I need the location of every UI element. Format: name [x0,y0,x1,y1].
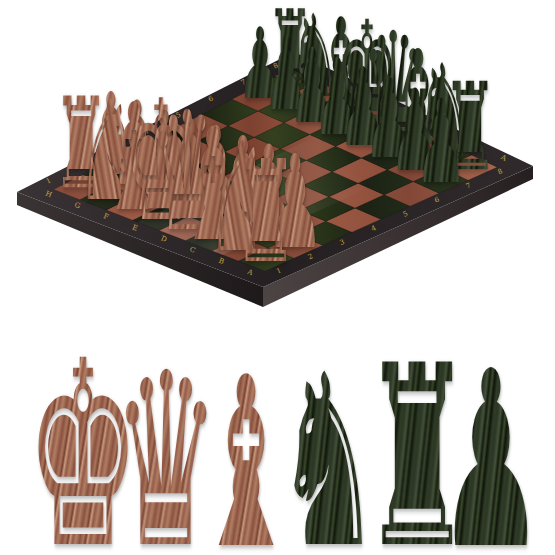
sample-piece-black-rook: ♜ [361,333,472,555]
sample-piece-white-bishop: ♝ [194,346,298,555]
product-photo: 1A1A2B2B3C3C4D4D5E5E6F6F7G7G8H8H ♜♞♟♝♟♚♟… [0,0,555,555]
sample-piece-white-king: ♚ [26,328,140,555]
sample-piece-black-knight: ♞ [275,344,381,555]
chess-board: 1A1A2B2B3C3C4D4D5E5E6F6F7G7G8H8H [0,0,555,350]
sample-piece-white-queen: ♛ [113,341,220,555]
sample-piece-black-pawn: ♟ [437,338,545,555]
